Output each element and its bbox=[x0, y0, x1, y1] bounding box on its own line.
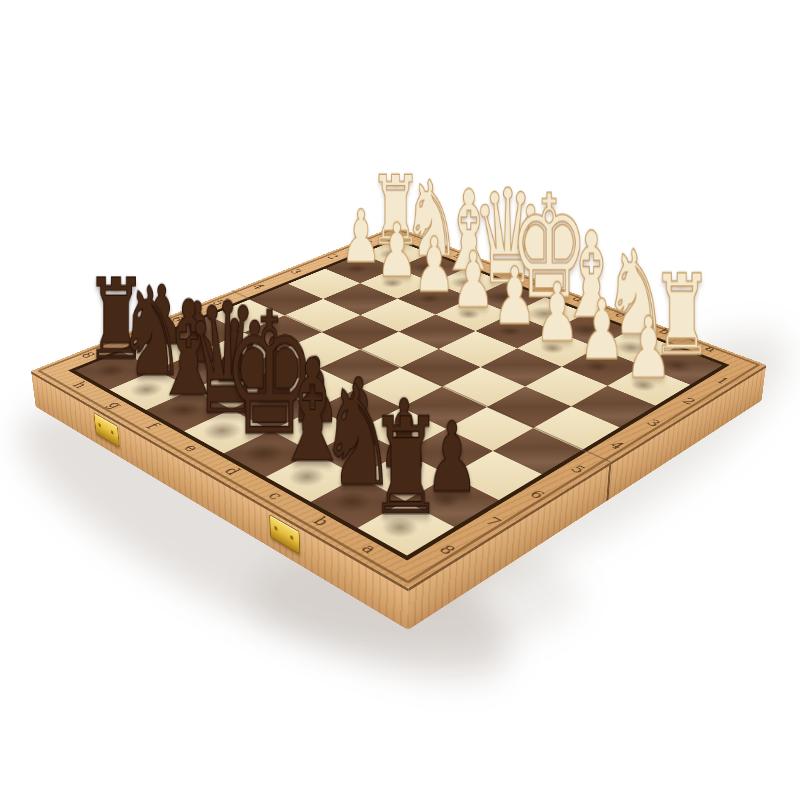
white-pawn-glyph: ♟ bbox=[535, 272, 580, 353]
white-pawn-glyph: ♟ bbox=[579, 288, 625, 371]
product-photo: hgfedcba hgfedcba 12345678 12345678 ♜♞♟♝… bbox=[0, 0, 800, 800]
white-pawn-glyph: ♟ bbox=[341, 200, 381, 273]
white-pawn-glyph: ♟ bbox=[376, 213, 417, 287]
scene: hgfedcba hgfedcba 12345678 12345678 ♜♞♟♝… bbox=[0, 0, 800, 800]
chess-box: hgfedcba hgfedcba 12345678 12345678 ♜♞♟♝… bbox=[31, 226, 766, 588]
chess-board: hgfedcba hgfedcba 12345678 12345678 ♜♞♟♝… bbox=[31, 226, 766, 588]
white-pawn-glyph: ♟ bbox=[493, 256, 537, 335]
white-pawn-glyph: ♟ bbox=[625, 306, 672, 391]
black-rook-glyph: ♜ bbox=[369, 400, 443, 534]
white-pawn-glyph: ♟ bbox=[452, 241, 495, 319]
white-pawn-glyph: ♟ bbox=[413, 227, 455, 303]
fold-seam-side bbox=[606, 464, 611, 501]
